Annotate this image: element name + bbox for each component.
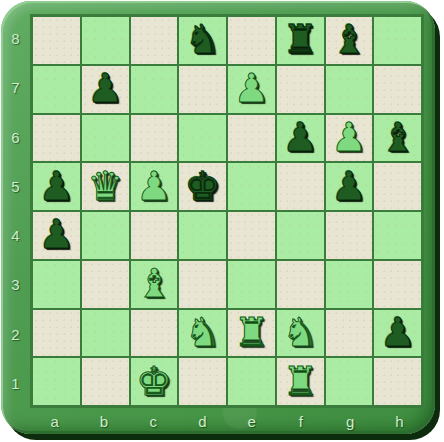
rank-label-1: 1 [1, 359, 30, 408]
square-e7[interactable]: ♟ [227, 65, 276, 114]
square-f7[interactable] [276, 65, 325, 114]
square-d8[interactable]: ♞ [178, 16, 227, 65]
file-label-d: d [178, 408, 227, 434]
file-label-b: b [79, 408, 128, 434]
piece-white-queen[interactable]: ♛ [87, 166, 123, 206]
square-e3[interactable] [227, 260, 276, 309]
square-b4[interactable] [81, 211, 130, 260]
file-label-h: h [375, 408, 424, 434]
chess-board: ♞♜♝♟♟♟♟♝♟♛♟♚♟♟♝♞♜♞♟♚♜ [30, 14, 424, 408]
square-g7[interactable] [325, 65, 374, 114]
square-g1[interactable] [325, 357, 374, 406]
square-f5[interactable] [276, 162, 325, 211]
file-label-e: e [227, 408, 276, 434]
square-d1[interactable] [178, 357, 227, 406]
square-b2[interactable] [81, 309, 130, 358]
square-b7[interactable]: ♟ [81, 65, 130, 114]
piece-black-rook[interactable]: ♜ [282, 19, 318, 59]
square-c7[interactable] [130, 65, 179, 114]
piece-black-knight[interactable]: ♞ [185, 19, 221, 59]
square-a6[interactable] [32, 114, 81, 163]
square-a1[interactable] [32, 357, 81, 406]
square-h6[interactable]: ♝ [373, 114, 422, 163]
piece-white-knight[interactable]: ♞ [185, 312, 221, 352]
square-h2[interactable]: ♟ [373, 309, 422, 358]
square-c5[interactable]: ♟ [130, 162, 179, 211]
square-a4[interactable]: ♟ [32, 211, 81, 260]
piece-black-pawn[interactable]: ♟ [87, 68, 123, 108]
piece-white-bishop[interactable]: ♝ [136, 263, 172, 303]
rank-label-3: 3 [1, 260, 30, 309]
file-label-g: g [326, 408, 375, 434]
square-b3[interactable] [81, 260, 130, 309]
square-g2[interactable] [325, 309, 374, 358]
square-e5[interactable] [227, 162, 276, 211]
square-b8[interactable] [81, 16, 130, 65]
square-d4[interactable] [178, 211, 227, 260]
square-g3[interactable] [325, 260, 374, 309]
square-f2[interactable]: ♞ [276, 309, 325, 358]
square-d7[interactable] [178, 65, 227, 114]
square-a7[interactable] [32, 65, 81, 114]
square-c2[interactable] [130, 309, 179, 358]
chess-app: 87654321 abcdefgh ♞♜♝♟♟♟♟♝♟♛♟♚♟♟♝♞♜♞♟♚♜ [0, 0, 444, 442]
piece-black-king[interactable]: ♚ [185, 166, 221, 206]
square-f6[interactable]: ♟ [276, 114, 325, 163]
square-g5[interactable]: ♟ [325, 162, 374, 211]
rank-label-2: 2 [1, 310, 30, 359]
rank-label-5: 5 [1, 162, 30, 211]
piece-white-pawn[interactable]: ♟ [233, 68, 269, 108]
square-f4[interactable] [276, 211, 325, 260]
square-e4[interactable] [227, 211, 276, 260]
square-h4[interactable] [373, 211, 422, 260]
square-d3[interactable] [178, 260, 227, 309]
piece-white-rook[interactable]: ♜ [282, 361, 318, 401]
file-label-f: f [276, 408, 325, 434]
piece-black-bishop[interactable]: ♝ [331, 19, 367, 59]
square-b6[interactable] [81, 114, 130, 163]
square-e1[interactable] [227, 357, 276, 406]
square-a5[interactable]: ♟ [32, 162, 81, 211]
file-labels: abcdefgh [30, 408, 424, 434]
piece-white-pawn[interactable]: ♟ [136, 166, 172, 206]
square-b1[interactable] [81, 357, 130, 406]
square-c8[interactable] [130, 16, 179, 65]
square-h7[interactable] [373, 65, 422, 114]
square-c3[interactable]: ♝ [130, 260, 179, 309]
piece-black-pawn[interactable]: ♟ [282, 117, 318, 157]
square-a3[interactable] [32, 260, 81, 309]
square-c1[interactable]: ♚ [130, 357, 179, 406]
square-b5[interactable]: ♛ [81, 162, 130, 211]
piece-white-rook[interactable]: ♜ [233, 312, 269, 352]
piece-black-bishop[interactable]: ♝ [380, 117, 416, 157]
piece-white-king[interactable]: ♚ [136, 361, 172, 401]
board-frame: 87654321 abcdefgh ♞♜♝♟♟♟♟♝♟♛♟♚♟♟♝♞♜♞♟♚♜ [1, 1, 435, 434]
rank-label-6: 6 [1, 113, 30, 162]
piece-black-pawn[interactable]: ♟ [38, 166, 74, 206]
square-c6[interactable] [130, 114, 179, 163]
square-d5[interactable]: ♚ [178, 162, 227, 211]
square-h3[interactable] [373, 260, 422, 309]
square-e8[interactable] [227, 16, 276, 65]
square-c4[interactable] [130, 211, 179, 260]
square-f3[interactable] [276, 260, 325, 309]
square-h1[interactable] [373, 357, 422, 406]
file-label-c: c [129, 408, 178, 434]
piece-black-pawn[interactable]: ♟ [331, 166, 367, 206]
square-a8[interactable] [32, 16, 81, 65]
square-d6[interactable] [178, 114, 227, 163]
square-g8[interactable]: ♝ [325, 16, 374, 65]
rank-label-8: 8 [1, 14, 30, 63]
square-f8[interactable]: ♜ [276, 16, 325, 65]
piece-white-pawn[interactable]: ♟ [331, 117, 367, 157]
square-e2[interactable]: ♜ [227, 309, 276, 358]
piece-white-knight[interactable]: ♞ [282, 312, 318, 352]
rank-labels: 87654321 [1, 14, 30, 408]
file-label-a: a [30, 408, 79, 434]
rank-label-4: 4 [1, 211, 30, 260]
square-h5[interactable] [373, 162, 422, 211]
square-e6[interactable] [227, 114, 276, 163]
square-f1[interactable]: ♜ [276, 357, 325, 406]
piece-black-pawn[interactable]: ♟ [38, 214, 74, 254]
piece-black-pawn[interactable]: ♟ [380, 312, 416, 352]
square-g6[interactable]: ♟ [325, 114, 374, 163]
square-d2[interactable]: ♞ [178, 309, 227, 358]
square-g4[interactable] [325, 211, 374, 260]
rank-label-7: 7 [1, 63, 30, 112]
square-a2[interactable] [32, 309, 81, 358]
square-h8[interactable] [373, 16, 422, 65]
